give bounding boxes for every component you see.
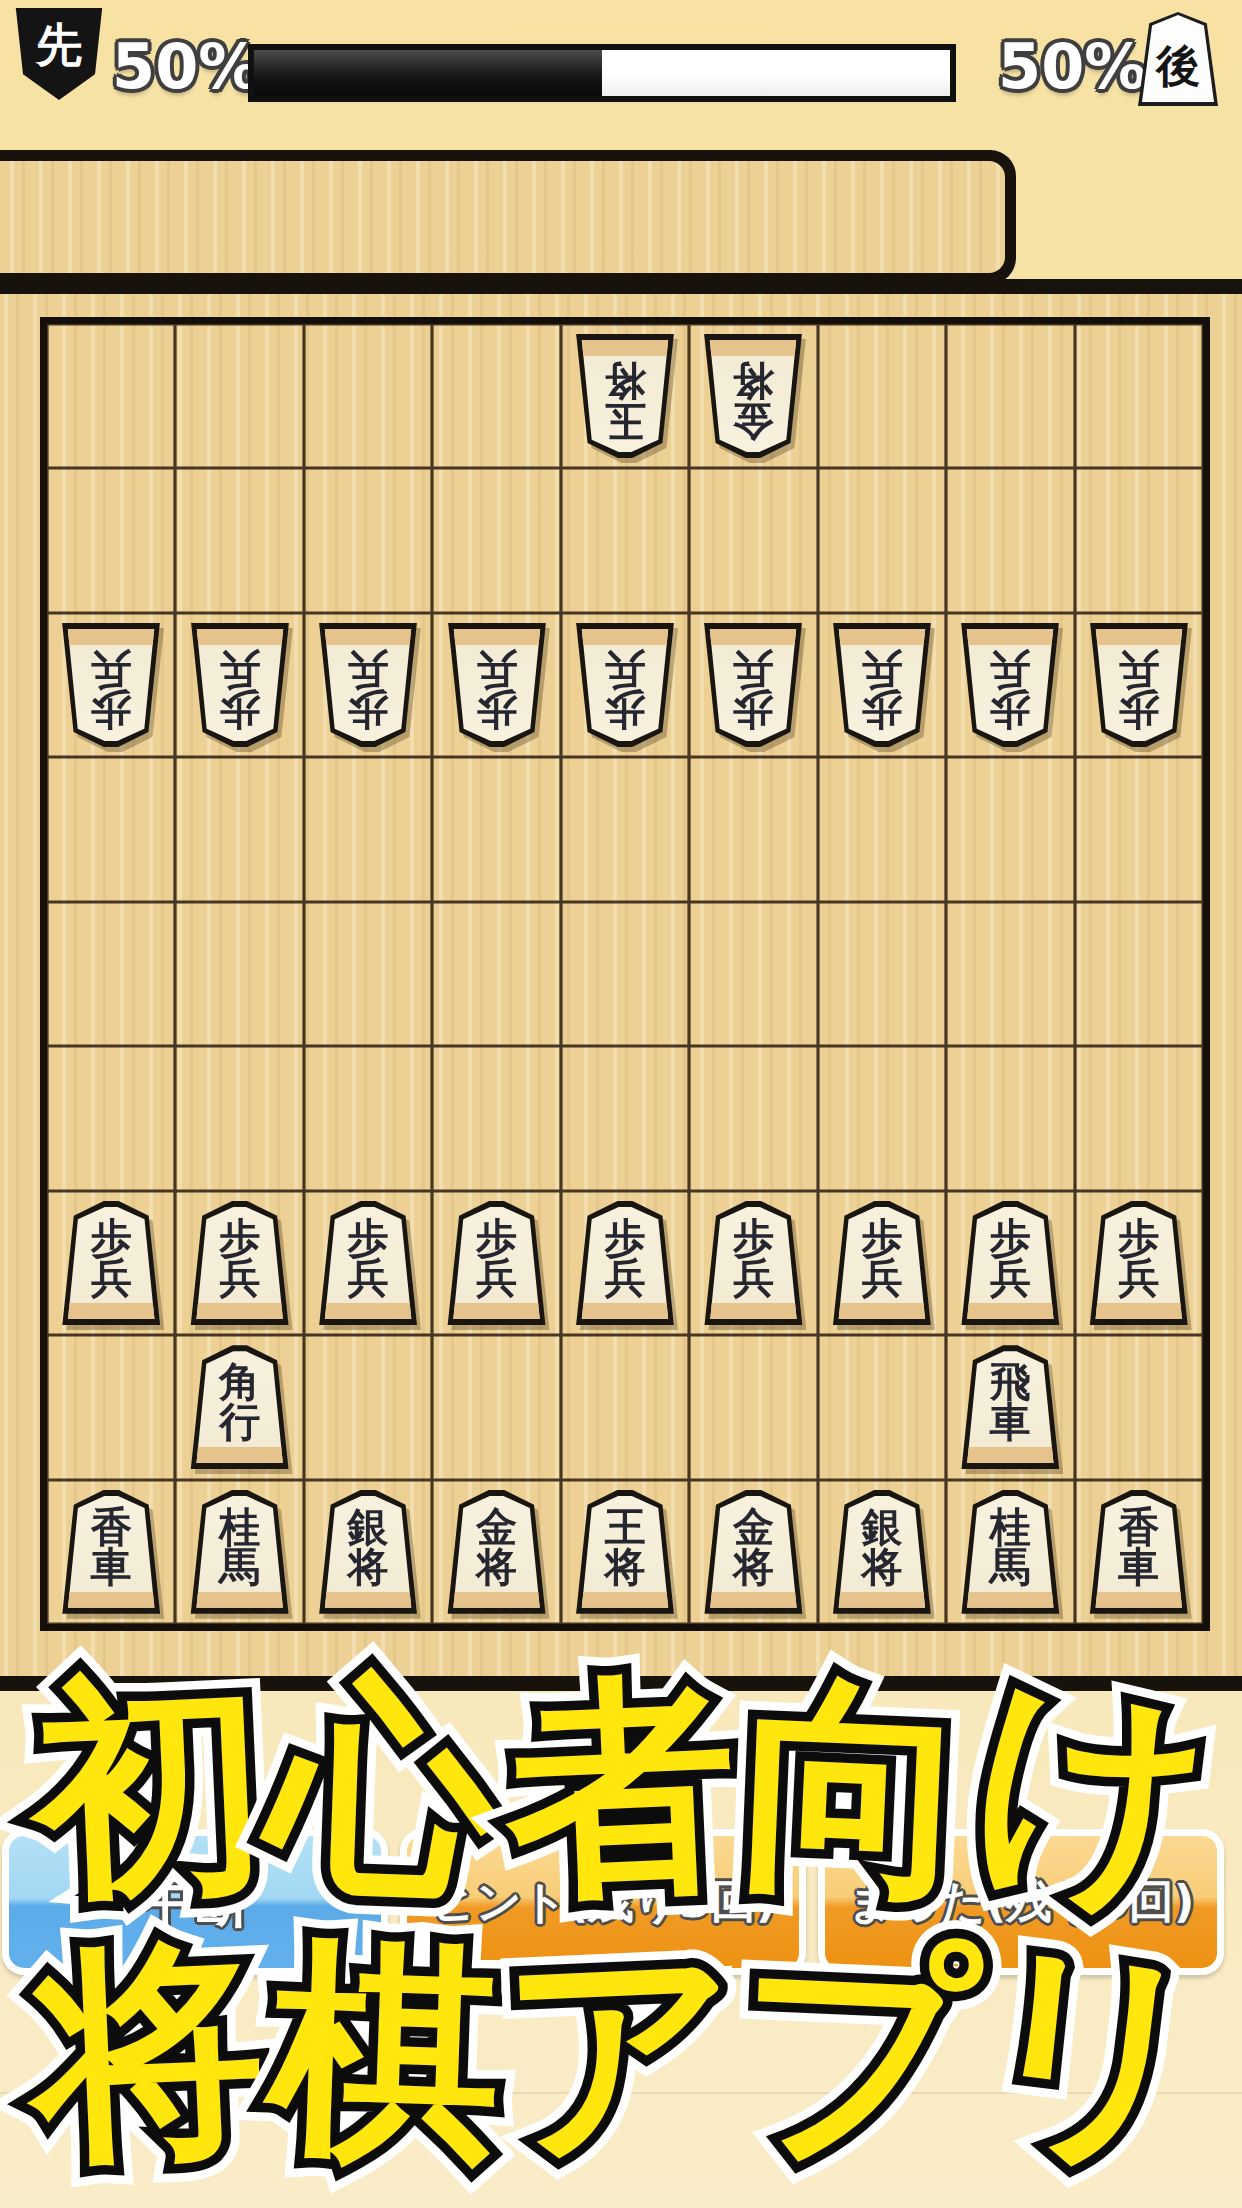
piece-kanji: 歩兵 [580,647,670,733]
shogi-piece[interactable]: 歩兵 [830,623,934,747]
board-cell[interactable]: 歩兵 [432,613,560,757]
piece-kanji: 角行 [195,1359,285,1445]
shogi-piece[interactable]: 歩兵 [316,623,420,747]
piece-kanji: 金将 [452,1504,542,1590]
piece-kanji: 桂馬 [965,1504,1055,1590]
shogi-piece[interactable]: 歩兵 [316,1201,420,1325]
shogi-piece[interactable]: 歩兵 [59,1201,163,1325]
board-cell[interactable] [818,1046,946,1190]
board-cell[interactable]: 歩兵 [47,613,175,757]
piece-kanji: 銀将 [837,1504,927,1590]
piece-kanji: 歩兵 [323,1215,413,1301]
board-cell[interactable]: 歩兵 [561,1191,689,1335]
board-cell[interactable]: 歩兵 [946,1191,1074,1335]
board-cell[interactable] [432,902,560,1046]
board-cell[interactable]: 歩兵 [304,1191,432,1335]
board-cell[interactable] [818,1335,946,1479]
piece-kanji: 歩兵 [195,1215,285,1301]
board-cell[interactable] [561,757,689,901]
piece-kanji: 香車 [66,1504,156,1590]
title-line-1: 初初初心心心者者者向向向けけけ [0,1638,1242,1938]
board-cell[interactable] [946,1046,1074,1190]
shogi-piece[interactable]: 歩兵 [445,1201,549,1325]
board-cell[interactable]: 歩兵 [1075,1191,1203,1335]
shogi-piece[interactable]: 歩兵 [573,623,677,747]
sente-bar-fill [254,50,602,96]
board-cell[interactable]: 歩兵 [818,1191,946,1335]
shogi-piece[interactable]: 歩兵 [573,1201,677,1325]
board-cell[interactable]: 歩兵 [47,1191,175,1335]
board-cell[interactable] [175,1046,303,1190]
board-cell[interactable] [47,1335,175,1479]
shogi-piece[interactable]: 金将 [701,334,805,458]
piece-kanji: 香車 [1094,1504,1184,1590]
board-cell[interactable]: 桂馬 [946,1480,1074,1624]
title-char: リリリ [958,1889,1229,2208]
win-rate-bar [248,44,956,102]
sente-player-badge: 先 [14,8,104,100]
board-cell[interactable] [304,1335,432,1479]
board-cell[interactable] [561,1335,689,1479]
board-cell[interactable] [432,1335,560,1479]
board-cell[interactable] [47,757,175,901]
board-cell[interactable]: 桂馬 [175,1480,303,1624]
board-cell[interactable] [175,757,303,901]
piece-kanji: 歩兵 [965,647,1055,733]
board-cell[interactable]: 歩兵 [1075,613,1203,757]
piece-kanji: 歩兵 [66,1215,156,1301]
shogi-piece[interactable]: 金将 [701,1490,805,1614]
board-cell[interactable] [946,757,1074,901]
piece-kanji: 玉将 [580,358,670,444]
board-cell[interactable] [1075,468,1203,612]
board-cell[interactable] [432,468,560,612]
board-cell[interactable]: 歩兵 [175,613,303,757]
board-cell[interactable]: 金将 [689,324,817,468]
shogi-piece[interactable]: 金将 [445,1490,549,1614]
shogi-piece[interactable]: 歩兵 [958,623,1062,747]
shogi-piece[interactable]: 王将 [573,1490,677,1614]
shogi-piece[interactable]: 歩兵 [59,623,163,747]
board-cell[interactable] [304,468,432,612]
board-cell[interactable] [432,1046,560,1190]
board-cell[interactable] [689,1046,817,1190]
shogi-piece[interactable]: 歩兵 [1087,1201,1191,1325]
shogi-piece[interactable]: 歩兵 [188,623,292,747]
board-cell[interactable] [818,468,946,612]
sente-badge-label: 先 [36,8,82,82]
board-cell[interactable]: 角行 [175,1335,303,1479]
shogi-piece[interactable]: 桂馬 [188,1490,292,1614]
piece-kanji: 歩兵 [580,1215,670,1301]
board-cell[interactable] [946,468,1074,612]
board-cell[interactable] [561,1046,689,1190]
shogi-piece[interactable]: 歩兵 [701,623,805,747]
board-cell[interactable]: 銀将 [818,1480,946,1624]
board-cell[interactable]: 歩兵 [304,613,432,757]
piece-kanji: 歩兵 [1094,1215,1184,1301]
board-cell[interactable] [304,757,432,901]
shogi-piece[interactable]: 歩兵 [830,1201,934,1325]
piece-kanji: 王将 [580,1504,670,1590]
board-cell[interactable] [561,468,689,612]
board-cell[interactable] [1075,1335,1203,1479]
piece-kanji: 歩兵 [452,647,542,733]
shogi-piece[interactable]: 歩兵 [445,623,549,747]
shogi-piece[interactable]: 香車 [1087,1490,1191,1614]
board-cell[interactable]: 歩兵 [689,613,817,757]
gote-bar-fill [602,50,950,96]
shogi-piece[interactable]: 玉将 [573,334,677,458]
board-cell[interactable] [946,902,1074,1046]
gote-captured-tray-surface [0,161,1005,273]
board-cell[interactable]: 香車 [1075,1480,1203,1624]
board-cell[interactable] [432,324,560,468]
board-cell[interactable]: 歩兵 [689,1191,817,1335]
gote-badge-label: 後 [1156,37,1200,96]
gote-win-rate: 50% [998,30,1146,103]
board-cell[interactable] [818,757,946,901]
gote-badge-face: 後 [1142,15,1214,102]
piece-kanji: 金将 [708,1504,798,1590]
board-cell[interactable]: 玉将 [561,324,689,468]
board-cell[interactable]: 金将 [689,1480,817,1624]
board-cell[interactable] [561,902,689,1046]
piece-kanji: 歩兵 [452,1215,542,1301]
shogi-piece[interactable]: 角行 [188,1345,292,1469]
board-cell[interactable]: 銀将 [304,1480,432,1624]
board-cell[interactable] [175,324,303,468]
shogi-piece[interactable]: 飛車 [958,1345,1062,1469]
gote-player-badge: 後 [1138,12,1218,106]
shogi-piece[interactable]: 桂馬 [958,1490,1062,1614]
board-cell[interactable]: 歩兵 [818,613,946,757]
title-char: 初初初 [25,1633,274,1943]
board-cell[interactable] [47,1046,175,1190]
piece-kanji: 歩兵 [965,1215,1055,1301]
board-cell[interactable]: 金将 [432,1480,560,1624]
board-cell[interactable] [175,902,303,1046]
board-cell[interactable] [304,1046,432,1190]
board-cell[interactable] [689,1335,817,1479]
piece-kanji: 歩兵 [66,647,156,733]
board-cell[interactable] [946,324,1074,468]
shogi-piece[interactable]: 歩兵 [1087,623,1191,747]
piece-kanji: 金将 [708,358,798,444]
title-char: 将将将 [25,1897,274,2207]
piece-kanji: 歩兵 [708,647,798,733]
board-cell[interactable] [175,468,303,612]
board-cell[interactable] [304,902,432,1046]
shogi-piece[interactable]: 銀将 [316,1490,420,1614]
board-cell[interactable] [689,902,817,1046]
board-cell[interactable]: 歩兵 [175,1191,303,1335]
board-cell[interactable] [689,757,817,901]
board-cell[interactable] [1075,1046,1203,1190]
board-cell[interactable] [47,902,175,1046]
board-cell[interactable] [1075,902,1203,1046]
shogi-piece[interactable]: 香車 [59,1490,163,1614]
shogi-piece[interactable]: 歩兵 [958,1201,1062,1325]
piece-kanji: 歩兵 [195,647,285,733]
board-cell[interactable] [304,324,432,468]
board-cell[interactable] [818,902,946,1046]
title-char: 者者者 [497,1633,746,1943]
piece-kanji: 桂馬 [195,1504,285,1590]
piece-kanji: 歩兵 [837,647,927,733]
board-cell[interactable] [818,324,946,468]
app-screen: 先 50% 50% 後 玉将金将歩兵歩兵歩兵歩兵歩兵歩兵歩兵歩兵歩兵歩兵歩兵歩兵… [0,0,1242,2208]
board-cell[interactable] [432,757,560,901]
title-char: 棋棋棋 [262,1898,508,2206]
piece-kanji: 歩兵 [837,1215,927,1301]
board-cell[interactable]: 王将 [561,1480,689,1624]
title-char: プププ [733,1897,982,2207]
shogi-board-grid: 玉将金将歩兵歩兵歩兵歩兵歩兵歩兵歩兵歩兵歩兵歩兵歩兵歩兵歩兵歩兵歩兵歩兵歩兵歩兵… [40,317,1210,1631]
shogi-piece[interactable]: 歩兵 [188,1201,292,1325]
board-cell[interactable] [1075,324,1203,468]
board-cell[interactable] [47,468,175,612]
piece-kanji: 歩兵 [323,647,413,733]
board-cell[interactable]: 歩兵 [946,613,1074,757]
board-cell[interactable] [1075,757,1203,901]
piece-kanji: 飛車 [965,1359,1055,1445]
board-cell[interactable]: 歩兵 [561,613,689,757]
board-cell[interactable]: 飛車 [946,1335,1074,1479]
shogi-piece[interactable]: 歩兵 [701,1201,805,1325]
title-char: 向向向 [733,1633,982,1943]
piece-kanji: 歩兵 [1094,647,1184,733]
gote-captured-tray [0,150,1016,284]
board-cell[interactable] [689,468,817,612]
title-line-2: 将将将棋棋棋アアアプププリリリ [0,1902,1242,2202]
shogi-piece[interactable]: 銀将 [830,1490,934,1614]
piece-kanji: 銀将 [323,1504,413,1590]
board-cell[interactable]: 歩兵 [432,1191,560,1335]
board-cell[interactable]: 香車 [47,1480,175,1624]
title-char: アアア [497,1897,746,2207]
board-cell[interactable] [47,324,175,468]
sente-win-rate: 50% [112,30,260,103]
piece-kanji: 歩兵 [708,1215,798,1301]
title-char: 心心心 [262,1634,508,1942]
